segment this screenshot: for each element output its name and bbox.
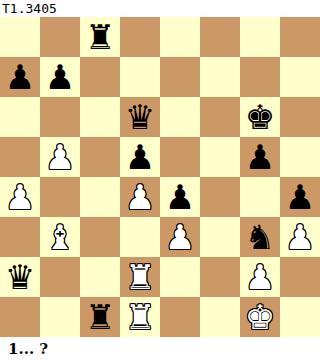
square-a1[interactable] (0, 297, 40, 337)
square-b4[interactable] (40, 177, 80, 217)
piece-black-pawn[interactable]: ♟ (245, 137, 275, 177)
square-f2[interactable] (200, 257, 240, 297)
square-g2[interactable]: ♟ (240, 257, 280, 297)
square-h5[interactable] (280, 137, 320, 177)
square-f6[interactable] (200, 97, 240, 137)
square-b5[interactable]: ♟ (40, 137, 80, 177)
square-e6[interactable] (160, 97, 200, 137)
square-d5[interactable]: ♟ (120, 137, 160, 177)
square-e1[interactable] (160, 297, 200, 337)
piece-white-pawn[interactable]: ♟ (5, 177, 35, 217)
square-d4[interactable]: ♟ (120, 177, 160, 217)
chess-board: ♜♟♟♛♚♟♟♟♟♟♟♟♝♟♞♟♛♜♟♜♜♚ (0, 17, 320, 337)
piece-white-pawn[interactable]: ♟ (125, 177, 155, 217)
piece-white-pawn[interactable]: ♟ (285, 217, 315, 257)
square-h1[interactable] (280, 297, 320, 337)
square-g7[interactable] (240, 57, 280, 97)
square-a8[interactable] (0, 17, 40, 57)
square-e2[interactable] (160, 257, 200, 297)
square-a5[interactable] (0, 137, 40, 177)
chess-puzzle-window: T1.3405 ♜♟♟♛♚♟♟♟♟♟♟♟♝♟♞♟♛♜♟♜♜♚ 1... ? (0, 0, 320, 360)
square-h2[interactable] (280, 257, 320, 297)
square-c4[interactable] (80, 177, 120, 217)
piece-black-rook[interactable]: ♜ (85, 17, 115, 57)
square-f4[interactable] (200, 177, 240, 217)
square-e8[interactable] (160, 17, 200, 57)
piece-white-rook[interactable]: ♜ (125, 297, 155, 337)
piece-black-rook[interactable]: ♜ (85, 297, 115, 337)
piece-black-king[interactable]: ♚ (245, 97, 275, 137)
square-g5[interactable]: ♟ (240, 137, 280, 177)
square-d6[interactable]: ♛ (120, 97, 160, 137)
piece-white-pawn[interactable]: ♟ (165, 217, 195, 257)
square-c7[interactable] (80, 57, 120, 97)
square-g8[interactable] (240, 17, 280, 57)
move-prompt-label: 1... ? (0, 337, 320, 360)
square-f5[interactable] (200, 137, 240, 177)
square-f7[interactable] (200, 57, 240, 97)
square-h7[interactable] (280, 57, 320, 97)
piece-black-pawn[interactable]: ♟ (5, 57, 35, 97)
square-b8[interactable] (40, 17, 80, 57)
square-c1[interactable]: ♜ (80, 297, 120, 337)
square-a2[interactable]: ♛ (0, 257, 40, 297)
square-a3[interactable] (0, 217, 40, 257)
square-g3[interactable]: ♞ (240, 217, 280, 257)
square-f1[interactable] (200, 297, 240, 337)
puzzle-id-label: T1.3405 (0, 0, 320, 17)
piece-black-pawn[interactable]: ♟ (285, 177, 315, 217)
square-d3[interactable] (120, 217, 160, 257)
square-a4[interactable]: ♟ (0, 177, 40, 217)
piece-black-pawn[interactable]: ♟ (45, 57, 75, 97)
piece-white-king[interactable]: ♚ (245, 297, 275, 337)
square-b6[interactable] (40, 97, 80, 137)
square-e3[interactable]: ♟ (160, 217, 200, 257)
piece-white-rook[interactable]: ♜ (125, 257, 155, 297)
square-b3[interactable]: ♝ (40, 217, 80, 257)
square-e5[interactable] (160, 137, 200, 177)
square-g1[interactable]: ♚ (240, 297, 280, 337)
square-b2[interactable] (40, 257, 80, 297)
square-b1[interactable] (40, 297, 80, 337)
square-c6[interactable] (80, 97, 120, 137)
square-c8[interactable]: ♜ (80, 17, 120, 57)
piece-black-pawn[interactable]: ♟ (165, 177, 195, 217)
piece-white-pawn[interactable]: ♟ (245, 257, 275, 297)
square-e4[interactable]: ♟ (160, 177, 200, 217)
square-f3[interactable] (200, 217, 240, 257)
square-d1[interactable]: ♜ (120, 297, 160, 337)
square-f8[interactable] (200, 17, 240, 57)
piece-white-pawn[interactable]: ♟ (45, 137, 75, 177)
square-a7[interactable]: ♟ (0, 57, 40, 97)
square-c2[interactable] (80, 257, 120, 297)
square-c5[interactable] (80, 137, 120, 177)
square-c3[interactable] (80, 217, 120, 257)
square-g4[interactable] (240, 177, 280, 217)
square-h6[interactable] (280, 97, 320, 137)
square-d7[interactable] (120, 57, 160, 97)
square-h3[interactable]: ♟ (280, 217, 320, 257)
square-g6[interactable]: ♚ (240, 97, 280, 137)
piece-black-pawn[interactable]: ♟ (125, 137, 155, 177)
piece-black-knight[interactable]: ♞ (245, 217, 275, 257)
square-d2[interactable]: ♜ (120, 257, 160, 297)
square-h4[interactable]: ♟ (280, 177, 320, 217)
square-h8[interactable] (280, 17, 320, 57)
square-b7[interactable]: ♟ (40, 57, 80, 97)
piece-white-bishop[interactable]: ♝ (45, 217, 75, 257)
square-d8[interactable] (120, 17, 160, 57)
piece-black-queen[interactable]: ♛ (125, 97, 155, 137)
square-a6[interactable] (0, 97, 40, 137)
square-e7[interactable] (160, 57, 200, 97)
piece-black-queen[interactable]: ♛ (5, 257, 35, 297)
